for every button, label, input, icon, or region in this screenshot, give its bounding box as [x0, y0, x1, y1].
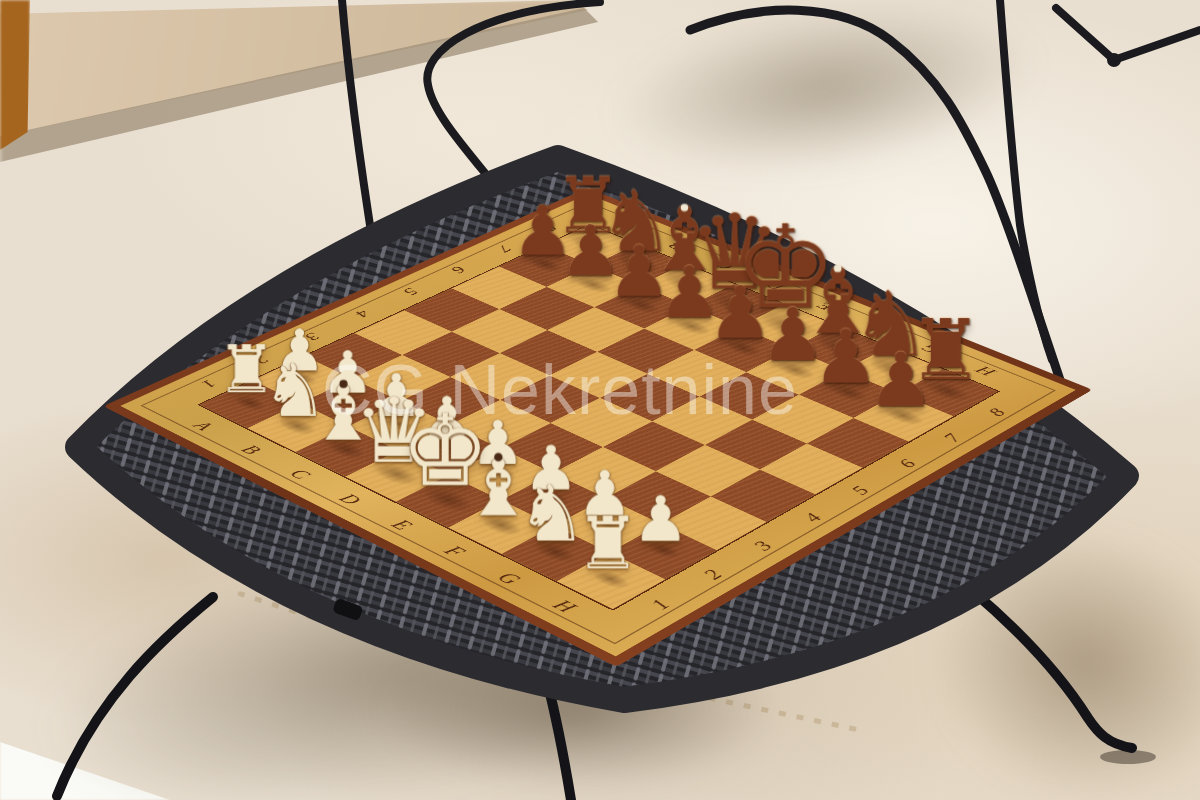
watermark-text: CG Nekretnine: [322, 350, 922, 430]
bishop-finial: [833, 264, 841, 272]
bishop-finial: [494, 453, 503, 462]
photo-scene: ♜♞♝♛♚♝♞♜♟♟♟♟♟♟♟♟♟♟♟♟♟♟♟♟♜♞♝♛♚♝♞♜ AABBCCD…: [0, 0, 1200, 800]
piece-white-rook-h1: ♜: [542, 508, 673, 580]
